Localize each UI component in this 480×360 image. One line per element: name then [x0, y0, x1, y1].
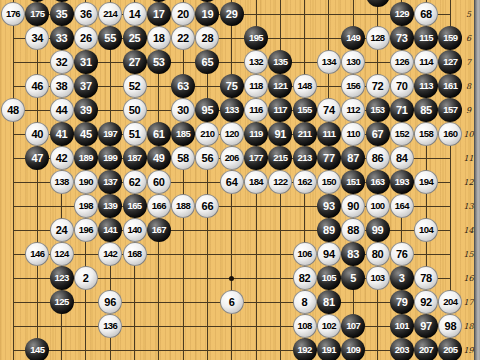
move-number: 37 [80, 81, 92, 92]
row-label-16: 16 [463, 274, 474, 283]
move-number: 91 [274, 129, 286, 140]
move-number: 158 [419, 129, 433, 139]
grid-line-horizontal [13, 350, 451, 351]
stone-white-move-188: 188 [171, 194, 195, 218]
move-number: 198 [79, 201, 93, 211]
stone-black-move-39: 39 [74, 98, 98, 122]
stone-black-move-83: 83 [341, 242, 365, 266]
move-number: 193 [395, 177, 409, 187]
move-number: 142 [103, 249, 117, 259]
stone-black-move-25: 25 [123, 26, 147, 50]
stone-white-move-168: 168 [123, 242, 147, 266]
stone-white-move-210: 210 [195, 122, 219, 146]
stone-black-move-167: 167 [147, 218, 171, 242]
move-number: 56 [202, 153, 214, 164]
stone-white-move-74: 74 [317, 98, 341, 122]
move-number: 73 [396, 33, 408, 44]
move-number: 65 [202, 57, 214, 68]
move-number: 204 [443, 297, 457, 307]
stone-black-move-73: 73 [390, 26, 414, 50]
move-number: 52 [129, 81, 141, 92]
stone-white-move-120: 120 [220, 122, 244, 146]
move-number: 139 [103, 201, 117, 211]
move-number: 63 [177, 81, 189, 92]
move-number: 191 [322, 345, 336, 355]
stone-black-move-213: 213 [293, 146, 317, 170]
move-number: 5 [350, 273, 356, 284]
move-number: 151 [346, 177, 360, 187]
stone-black-move-93: 93 [317, 194, 341, 218]
move-number: 35 [56, 9, 68, 20]
grid-line-vertical [183, 0, 184, 360]
stone-black-move-47: 47 [25, 146, 49, 170]
scrollbar[interactable] [474, 0, 480, 360]
stone-black-move-191: 191 [317, 338, 341, 360]
move-number: 156 [346, 81, 360, 91]
stone-white-move-128: 128 [366, 26, 390, 50]
stone-white-move-64: 64 [220, 170, 244, 194]
stone-white-move-2: 2 [74, 266, 98, 290]
move-number: 117 [274, 105, 288, 115]
move-number: 8 [302, 297, 308, 308]
move-number: 166 [152, 201, 166, 211]
move-number: 106 [298, 249, 312, 259]
stone-black-move-99: 99 [366, 218, 390, 242]
stone-black-move-135: 135 [268, 50, 292, 74]
move-number: 189 [79, 153, 93, 163]
stone-white-move-86: 86 [366, 146, 390, 170]
stone-black-move-65: 65 [195, 50, 219, 74]
stone-black-move-77: 77 [317, 146, 341, 170]
stone-white-move-162: 162 [293, 170, 317, 194]
stone-white-move-166: 166 [147, 194, 171, 218]
stone-white-move-28: 28 [195, 26, 219, 50]
stone-white-move-51: 51 [123, 122, 147, 146]
move-number: 38 [56, 81, 68, 92]
stone-white-move-108: 108 [293, 314, 317, 338]
move-number: 20 [177, 9, 189, 20]
move-number: 215 [273, 153, 287, 163]
move-number: 100 [370, 201, 384, 211]
stone-white-move-110: 110 [341, 122, 365, 146]
move-number: 68 [420, 9, 432, 20]
move-number: 176 [6, 9, 20, 19]
stone-white-move-134: 134 [317, 50, 341, 74]
stone-black-move-137: 137 [98, 170, 122, 194]
stone-black-move-31: 31 [74, 50, 98, 74]
stone-black-move-101: 101 [390, 314, 414, 338]
stone-white-move-156: 156 [341, 74, 365, 98]
stone-white-move-122: 122 [268, 170, 292, 194]
move-number: 29 [226, 9, 238, 20]
move-number: 116 [249, 105, 263, 115]
stone-black-move-119: 119 [244, 122, 268, 146]
stone-black-move-121: 121 [268, 74, 292, 98]
stone-black-move-205: 205 [438, 338, 462, 360]
move-number: 107 [346, 321, 360, 331]
stone-white-move-6: 6 [220, 290, 244, 314]
move-number: 148 [298, 81, 312, 91]
move-number: 206 [225, 153, 239, 163]
move-number: 34 [31, 33, 43, 44]
stone-black-move-45: 45 [74, 122, 98, 146]
stone-white-move-126: 126 [390, 50, 414, 74]
stone-white-move-92: 92 [414, 290, 438, 314]
stone-white-move-158: 158 [414, 122, 438, 146]
move-number: 99 [372, 225, 384, 236]
stone-black-move-27: 27 [123, 50, 147, 74]
move-number: 124 [55, 249, 69, 259]
stone-white-move-58: 58 [171, 146, 195, 170]
stone-black-move-159: 159 [438, 26, 462, 50]
move-number: 48 [7, 105, 19, 116]
move-number: 62 [129, 177, 141, 188]
star-point [229, 276, 234, 281]
stone-white-move-72: 72 [366, 74, 390, 98]
move-number: 118 [249, 81, 263, 91]
move-number: 104 [419, 225, 433, 235]
move-number: 14 [129, 9, 141, 20]
row-label-17: 17 [463, 298, 474, 307]
move-number: 196 [79, 225, 93, 235]
move-number: 133 [225, 105, 239, 115]
stone-white-move-198: 198 [74, 194, 98, 218]
move-number: 129 [395, 9, 409, 19]
stone-black-move-109: 109 [341, 338, 365, 360]
move-number: 40 [31, 129, 43, 140]
stone-white-move-104: 104 [414, 218, 438, 242]
move-number: 167 [152, 225, 166, 235]
move-number: 84 [396, 153, 408, 164]
move-number: 6 [229, 297, 235, 308]
stone-black-move-29: 29 [220, 2, 244, 26]
stone-black-move-141: 141 [98, 218, 122, 242]
move-number: 97 [420, 321, 432, 332]
move-number: 108 [298, 321, 312, 331]
move-number: 36 [80, 9, 92, 20]
move-number: 161 [443, 81, 457, 91]
stone-black-move-145: 145 [25, 338, 49, 360]
stone-white-move-68: 68 [414, 2, 438, 26]
move-number: 135 [273, 57, 287, 67]
row-label-11: 11 [463, 154, 474, 163]
move-number: 190 [79, 177, 93, 187]
row-label-10: 10 [463, 130, 474, 139]
move-number: 163 [370, 177, 384, 187]
row-label-15: 15 [463, 250, 474, 259]
move-number: 90 [347, 201, 359, 212]
move-number: 51 [129, 129, 141, 140]
stone-white-move-22: 22 [171, 26, 195, 50]
move-number: 60 [153, 177, 165, 188]
move-number: 80 [372, 249, 384, 260]
stone-black-move-153: 153 [366, 98, 390, 122]
move-number: 153 [370, 105, 384, 115]
stone-white-move-70: 70 [390, 74, 414, 98]
stone-white-move-138: 138 [50, 170, 74, 194]
stone-white-move-76: 76 [390, 242, 414, 266]
stone-white-move-124: 124 [50, 242, 74, 266]
move-number: 140 [127, 225, 141, 235]
stone-white-move-62: 62 [123, 170, 147, 194]
move-number: 2 [83, 273, 89, 284]
stone-black-move-192: 192 [293, 338, 317, 360]
stone-black-move-75: 75 [220, 74, 244, 98]
move-number: 58 [177, 153, 189, 164]
move-number: 55 [104, 33, 116, 44]
move-number: 119 [249, 129, 263, 139]
stone-white-move-206: 206 [220, 146, 244, 170]
move-number: 112 [346, 105, 360, 115]
move-number: 87 [347, 153, 359, 164]
stone-white-move-100: 100 [366, 194, 390, 218]
stone-white-move-26: 26 [74, 26, 98, 50]
move-number: 98 [445, 321, 457, 332]
stone-black-move-115: 115 [414, 26, 438, 50]
move-number: 89 [323, 225, 335, 236]
move-number: 33 [56, 33, 68, 44]
stone-white-move-204: 204 [438, 290, 462, 314]
move-number: 138 [55, 177, 69, 187]
row-label-6: 6 [463, 34, 474, 43]
stone-black-move-91: 91 [268, 122, 292, 146]
move-number: 211 [298, 129, 312, 139]
stone-black-move-3: 3 [390, 266, 414, 290]
move-number: 109 [346, 345, 360, 355]
stone-black-move-193: 193 [390, 170, 414, 194]
move-number: 17 [153, 9, 165, 20]
move-number: 76 [396, 249, 408, 260]
move-number: 122 [273, 177, 287, 187]
stone-black-move-175: 175 [25, 2, 49, 26]
row-label-12: 12 [463, 178, 474, 187]
stone-black-move-89: 89 [317, 218, 341, 242]
stone-white-move-118: 118 [244, 74, 268, 98]
stone-black-move-5: 5 [341, 266, 365, 290]
stone-black-move-129: 129 [390, 2, 414, 26]
stone-black-move-211: 211 [293, 122, 317, 146]
move-number: 192 [298, 345, 312, 355]
stone-white-move-34: 34 [25, 26, 49, 50]
move-number: 103 [370, 273, 384, 283]
stone-white-move-164: 164 [390, 194, 414, 218]
row-label-19: 19 [463, 346, 474, 355]
move-number: 101 [395, 321, 409, 331]
move-number: 47 [31, 153, 43, 164]
row-label-18: 18 [463, 322, 474, 331]
move-number: 95 [202, 105, 214, 116]
move-number: 41 [56, 129, 68, 140]
stone-black-move-151: 151 [341, 170, 365, 194]
stone-white-move-96: 96 [98, 290, 122, 314]
stone-white-move-82: 82 [293, 266, 317, 290]
stone-white-move-148: 148 [293, 74, 317, 98]
stone-black-move-139: 139 [98, 194, 122, 218]
move-number: 184 [249, 177, 263, 187]
stone-white-move-78: 78 [414, 266, 438, 290]
partial-stone-top-edge [50, 0, 74, 2]
stone-black-move-157: 157 [438, 98, 462, 122]
stone-black-move-199: 199 [98, 146, 122, 170]
move-number: 94 [323, 249, 335, 260]
move-number: 213 [298, 153, 312, 163]
move-number: 194 [419, 177, 433, 187]
move-number: 19 [202, 9, 214, 20]
move-number: 74 [323, 105, 335, 116]
stone-black-move-81: 81 [317, 290, 341, 314]
move-number: 150 [322, 177, 336, 187]
stone-white-move-84: 84 [390, 146, 414, 170]
stone-black-move-189: 189 [74, 146, 98, 170]
stone-black-move-117: 117 [268, 98, 292, 122]
stone-white-move-42: 42 [50, 146, 74, 170]
stone-black-move-61: 61 [147, 122, 171, 146]
move-number: 88 [347, 225, 359, 236]
stone-black-move-197: 197 [98, 122, 122, 146]
move-number: 42 [56, 153, 68, 164]
move-number: 146 [30, 249, 44, 259]
move-number: 157 [443, 105, 457, 115]
stone-white-move-18: 18 [147, 26, 171, 50]
stone-white-move-194: 194 [414, 170, 438, 194]
stone-black-move-107: 107 [341, 314, 365, 338]
move-number: 114 [419, 57, 433, 67]
partial-stone-top-edge [195, 0, 219, 2]
stone-black-move-41: 41 [50, 122, 74, 146]
stone-black-move-63: 63 [171, 74, 195, 98]
move-number: 26 [80, 33, 92, 44]
stone-black-move-127: 127 [438, 50, 462, 74]
stone-white-move-66: 66 [195, 194, 219, 218]
move-number: 136 [103, 321, 117, 331]
stone-white-move-102: 102 [317, 314, 341, 338]
stone-black-move-19: 19 [195, 2, 219, 26]
move-number: 188 [176, 201, 190, 211]
move-number: 134 [322, 57, 336, 67]
move-number: 177 [249, 153, 263, 163]
row-label-5: 5 [463, 10, 474, 19]
move-number: 130 [346, 57, 360, 67]
stone-white-move-52: 52 [123, 74, 147, 98]
stone-white-move-106: 106 [293, 242, 317, 266]
stone-white-move-142: 142 [98, 242, 122, 266]
stone-white-move-36: 36 [74, 2, 98, 26]
move-number: 185 [176, 129, 190, 139]
move-number: 207 [419, 345, 433, 355]
move-number: 123 [55, 273, 69, 283]
stone-white-move-50: 50 [123, 98, 147, 122]
stone-white-move-184: 184 [244, 170, 268, 194]
stone-black-move-155: 155 [293, 98, 317, 122]
move-number: 137 [103, 177, 117, 187]
stone-white-move-60: 60 [147, 170, 171, 194]
move-number: 105 [322, 273, 336, 283]
move-number: 81 [323, 297, 335, 308]
move-number: 205 [443, 345, 457, 355]
move-number: 165 [127, 201, 141, 211]
row-label-7: 7 [463, 58, 474, 67]
move-number: 141 [103, 225, 117, 235]
move-number: 50 [129, 105, 141, 116]
stone-white-move-150: 150 [317, 170, 341, 194]
stone-white-move-98: 98 [438, 314, 462, 338]
move-number: 210 [200, 129, 214, 139]
row-label-8: 8 [463, 82, 474, 91]
go-board-viewport: 1761753536214141720192912968343326552518… [0, 0, 480, 360]
stone-black-move-85: 85 [414, 98, 438, 122]
move-number: 152 [395, 129, 409, 139]
move-number: 77 [323, 153, 335, 164]
move-number: 214 [103, 9, 117, 19]
grid-line-horizontal [13, 326, 451, 327]
move-number: 79 [396, 297, 408, 308]
stone-white-move-48: 48 [1, 98, 25, 122]
row-label-9: 9 [463, 106, 474, 115]
move-number: 92 [420, 297, 432, 308]
move-number: 111 [322, 129, 335, 139]
stone-white-move-8: 8 [293, 290, 317, 314]
move-number: 127 [443, 57, 457, 67]
partial-stone-top-edge [366, 0, 390, 7]
move-number: 78 [420, 273, 432, 284]
move-number: 155 [298, 105, 312, 115]
stone-white-move-196: 196 [74, 218, 98, 242]
stone-white-move-214: 214 [98, 2, 122, 26]
move-number: 53 [153, 57, 165, 68]
move-number: 45 [80, 129, 92, 140]
move-number: 32 [56, 57, 68, 68]
stone-white-move-30: 30 [171, 98, 195, 122]
move-number: 44 [56, 105, 68, 116]
stone-black-move-55: 55 [98, 26, 122, 50]
stone-white-move-90: 90 [341, 194, 365, 218]
move-number: 24 [56, 225, 68, 236]
stone-black-move-97: 97 [414, 314, 438, 338]
stone-white-move-116: 116 [244, 98, 268, 122]
move-number: 102 [322, 321, 336, 331]
stone-black-move-67: 67 [366, 122, 390, 146]
stone-black-move-185: 185 [171, 122, 195, 146]
stone-black-move-105: 105 [317, 266, 341, 290]
move-number: 164 [395, 201, 409, 211]
move-number: 126 [395, 57, 409, 67]
row-label-14: 14 [463, 226, 474, 235]
stone-black-move-95: 95 [195, 98, 219, 122]
go-board[interactable]: 1761753536214141720192912968343326552518… [0, 0, 474, 360]
move-number: 86 [372, 153, 384, 164]
move-number: 49 [153, 153, 165, 164]
stone-white-move-46: 46 [25, 74, 49, 98]
stone-white-move-94: 94 [317, 242, 341, 266]
move-number: 71 [396, 105, 408, 116]
stone-black-move-161: 161 [438, 74, 462, 98]
stone-black-move-33: 33 [50, 26, 74, 50]
stone-black-move-187: 187 [123, 146, 147, 170]
row-label-13: 13 [463, 202, 474, 211]
move-number: 3 [399, 273, 405, 284]
stone-black-move-177: 177 [244, 146, 268, 170]
move-number: 85 [420, 105, 432, 116]
move-number: 66 [202, 201, 214, 212]
stone-black-move-203: 203 [390, 338, 414, 360]
move-number: 72 [372, 81, 384, 92]
move-number: 75 [226, 81, 238, 92]
stone-white-move-56: 56 [195, 146, 219, 170]
stone-white-move-112: 112 [341, 98, 365, 122]
move-number: 159 [443, 33, 457, 43]
move-number: 168 [127, 249, 141, 259]
grid-line-vertical [13, 0, 14, 360]
